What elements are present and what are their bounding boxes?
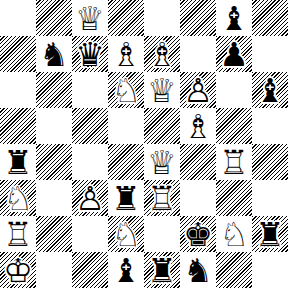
square-c5[interactable] xyxy=(72,108,108,144)
white-rook-outline: ♖ xyxy=(0,216,36,252)
piece-white-knight[interactable]: ♞♘ xyxy=(216,216,252,252)
square-a1[interactable]: ♚♔ xyxy=(0,252,36,288)
piece-black-king[interactable]: ♚ xyxy=(180,216,216,252)
square-g7[interactable]: ♟ xyxy=(216,36,252,72)
white-knight-outline: ♘ xyxy=(108,72,144,108)
square-c4[interactable] xyxy=(72,144,108,180)
piece-white-bishop[interactable]: ♝♗ xyxy=(144,36,180,72)
piece-black-rook[interactable]: ♜ xyxy=(252,216,288,252)
black-pawn-glyph: ♟ xyxy=(216,36,252,72)
black-king-glyph: ♚ xyxy=(180,216,216,252)
square-f8[interactable] xyxy=(180,0,216,36)
square-h5[interactable] xyxy=(252,108,288,144)
square-c7[interactable]: ♛ xyxy=(72,36,108,72)
piece-white-bishop[interactable]: ♝♗ xyxy=(108,36,144,72)
square-a2[interactable]: ♜♖ xyxy=(0,216,36,252)
square-a3[interactable]: ♞♘ xyxy=(0,180,36,216)
square-f7[interactable] xyxy=(180,36,216,72)
piece-black-knight[interactable]: ♞ xyxy=(36,36,72,72)
square-h7[interactable] xyxy=(252,36,288,72)
square-e1[interactable]: ♜ xyxy=(144,252,180,288)
piece-black-knight[interactable]: ♞ xyxy=(180,252,216,288)
black-rook-glyph: ♜ xyxy=(252,216,288,252)
piece-white-knight[interactable]: ♞♘ xyxy=(108,216,144,252)
black-rook-glyph: ♜ xyxy=(144,252,180,288)
piece-white-queen[interactable]: ♛♕ xyxy=(144,144,180,180)
black-knight-glyph: ♞ xyxy=(180,252,216,288)
square-b2[interactable] xyxy=(36,216,72,252)
square-b5[interactable] xyxy=(36,108,72,144)
piece-white-knight[interactable]: ♞♘ xyxy=(108,72,144,108)
square-h3[interactable] xyxy=(252,180,288,216)
piece-white-bishop[interactable]: ♝♗ xyxy=(180,108,216,144)
chessboard: ♛♕♝♞♛♝♗♝♗♟♞♘♛♕♟♙♝♝♗♜♛♕♜♖♞♘♟♙♜♜♖♜♖♞♘♚♞♘♜♚… xyxy=(0,0,288,288)
white-queen-outline: ♕ xyxy=(144,72,180,108)
square-e4[interactable]: ♛♕ xyxy=(144,144,180,180)
white-king-outline: ♔ xyxy=(0,252,36,288)
square-b4[interactable] xyxy=(36,144,72,180)
square-e5[interactable] xyxy=(144,108,180,144)
square-b8[interactable] xyxy=(36,0,72,36)
square-h4[interactable] xyxy=(252,144,288,180)
square-c8[interactable]: ♛♕ xyxy=(72,0,108,36)
square-c3[interactable]: ♟♙ xyxy=(72,180,108,216)
black-bishop-glyph: ♝ xyxy=(252,72,288,108)
white-knight-outline: ♘ xyxy=(216,216,252,252)
square-a6[interactable] xyxy=(0,72,36,108)
piece-black-bishop[interactable]: ♝ xyxy=(108,252,144,288)
piece-white-queen[interactable]: ♛♕ xyxy=(72,0,108,36)
square-d1[interactable]: ♝ xyxy=(108,252,144,288)
square-f5[interactable]: ♝♗ xyxy=(180,108,216,144)
white-bishop-outline: ♗ xyxy=(108,36,144,72)
black-rook-glyph: ♜ xyxy=(108,180,144,216)
piece-black-rook[interactable]: ♜ xyxy=(0,144,36,180)
square-g2[interactable]: ♞♘ xyxy=(216,216,252,252)
square-g8[interactable]: ♝ xyxy=(216,0,252,36)
piece-white-rook[interactable]: ♜♖ xyxy=(0,216,36,252)
white-rook-outline: ♖ xyxy=(144,180,180,216)
white-rook-outline: ♖ xyxy=(216,144,252,180)
square-h2[interactable]: ♜ xyxy=(252,216,288,252)
square-d6[interactable]: ♞♘ xyxy=(108,72,144,108)
piece-white-pawn[interactable]: ♟♙ xyxy=(72,180,108,216)
square-d5[interactable] xyxy=(108,108,144,144)
piece-black-bishop[interactable]: ♝ xyxy=(252,72,288,108)
piece-white-rook[interactable]: ♜♖ xyxy=(144,180,180,216)
square-b7[interactable]: ♞ xyxy=(36,36,72,72)
piece-white-king[interactable]: ♚♔ xyxy=(0,252,36,288)
square-d2[interactable]: ♞♘ xyxy=(108,216,144,252)
square-h6[interactable]: ♝ xyxy=(252,72,288,108)
square-f3[interactable] xyxy=(180,180,216,216)
square-f4[interactable] xyxy=(180,144,216,180)
square-g3[interactable] xyxy=(216,180,252,216)
white-bishop-outline: ♗ xyxy=(144,36,180,72)
white-knight-outline: ♘ xyxy=(0,180,36,216)
black-rook-glyph: ♜ xyxy=(0,144,36,180)
square-b1[interactable] xyxy=(36,252,72,288)
square-h1[interactable] xyxy=(252,252,288,288)
square-g4[interactable]: ♜♖ xyxy=(216,144,252,180)
white-pawn-outline: ♙ xyxy=(72,180,108,216)
piece-white-rook[interactable]: ♜♖ xyxy=(216,144,252,180)
square-a8[interactable] xyxy=(0,0,36,36)
square-b3[interactable] xyxy=(36,180,72,216)
piece-black-pawn[interactable]: ♟ xyxy=(216,36,252,72)
square-f1[interactable]: ♞ xyxy=(180,252,216,288)
square-e7[interactable]: ♝♗ xyxy=(144,36,180,72)
square-a7[interactable] xyxy=(0,36,36,72)
square-e8[interactable] xyxy=(144,0,180,36)
square-d7[interactable]: ♝♗ xyxy=(108,36,144,72)
white-queen-outline: ♕ xyxy=(72,0,108,36)
square-d8[interactable] xyxy=(108,0,144,36)
black-bishop-glyph: ♝ xyxy=(216,0,252,36)
square-d4[interactable] xyxy=(108,144,144,180)
square-g5[interactable] xyxy=(216,108,252,144)
square-d3[interactable]: ♜ xyxy=(108,180,144,216)
square-c1[interactable] xyxy=(72,252,108,288)
piece-black-rook[interactable]: ♜ xyxy=(144,252,180,288)
white-knight-outline: ♘ xyxy=(108,216,144,252)
piece-white-queen[interactable]: ♛♕ xyxy=(144,72,180,108)
square-e3[interactable]: ♜♖ xyxy=(144,180,180,216)
piece-black-rook[interactable]: ♜ xyxy=(108,180,144,216)
black-queen-glyph: ♛ xyxy=(72,36,108,72)
black-knight-glyph: ♞ xyxy=(36,36,72,72)
piece-white-knight[interactable]: ♞♘ xyxy=(0,180,36,216)
square-g6[interactable] xyxy=(216,72,252,108)
square-c2[interactable] xyxy=(72,216,108,252)
black-bishop-glyph: ♝ xyxy=(108,252,144,288)
white-bishop-outline: ♗ xyxy=(180,108,216,144)
white-queen-outline: ♕ xyxy=(144,144,180,180)
white-pawn-outline: ♙ xyxy=(180,72,216,108)
square-e2[interactable] xyxy=(144,216,180,252)
piece-black-queen[interactable]: ♛ xyxy=(72,36,108,72)
square-a4[interactable]: ♜ xyxy=(0,144,36,180)
square-c6[interactable] xyxy=(72,72,108,108)
square-f6[interactable]: ♟♙ xyxy=(180,72,216,108)
square-g1[interactable] xyxy=(216,252,252,288)
square-a5[interactable] xyxy=(0,108,36,144)
square-b6[interactable] xyxy=(36,72,72,108)
square-f2[interactable]: ♚ xyxy=(180,216,216,252)
piece-white-pawn[interactable]: ♟♙ xyxy=(180,72,216,108)
piece-black-bishop[interactable]: ♝ xyxy=(216,0,252,36)
square-h8[interactable] xyxy=(252,0,288,36)
square-e6[interactable]: ♛♕ xyxy=(144,72,180,108)
